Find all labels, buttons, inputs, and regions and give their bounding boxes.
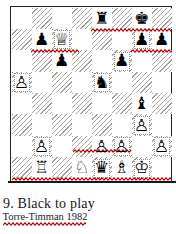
square-a6 xyxy=(12,50,32,71)
square-g7: ♟ xyxy=(132,29,152,50)
white-queen-icon: ♕ xyxy=(54,29,69,50)
black-queen-icon: ♛ xyxy=(94,157,109,178)
black-pawn-icon: ♟ xyxy=(34,29,49,50)
square-a8 xyxy=(12,8,32,29)
white-pawn-icon: ♙ xyxy=(94,136,109,157)
black-pawn-icon: ♟ xyxy=(134,29,149,50)
square-g1: ♔ xyxy=(132,157,152,178)
square-c5 xyxy=(52,72,72,93)
black-bishop-icon: ♝ xyxy=(134,93,149,114)
square-d1: ♘ xyxy=(72,157,92,178)
square-g4: ♝ xyxy=(132,93,152,114)
square-d5 xyxy=(72,72,92,93)
square-a7 xyxy=(12,29,32,50)
square-d2 xyxy=(72,136,92,157)
square-h1 xyxy=(152,157,172,178)
square-h4 xyxy=(152,93,172,114)
square-b5 xyxy=(32,72,52,93)
square-e8: ♜ xyxy=(92,8,112,29)
white-rook-icon: ♖ xyxy=(34,157,49,178)
square-f3 xyxy=(112,114,132,135)
white-pawn-icon: ♙ xyxy=(14,72,29,93)
square-d8 xyxy=(72,8,92,29)
white-bishop-icon: ♗ xyxy=(114,157,129,178)
square-g8: ♚ xyxy=(132,8,152,29)
square-b1: ♖ xyxy=(32,157,52,178)
spellcheck-squiggle xyxy=(3,222,86,227)
square-f8 xyxy=(112,8,132,29)
square-e6 xyxy=(92,50,112,71)
square-f2: ♙ xyxy=(112,136,132,157)
square-a1 xyxy=(12,157,32,178)
square-h8 xyxy=(152,8,172,29)
white-pawn-icon: ♙ xyxy=(34,136,49,157)
square-d3 xyxy=(72,114,92,135)
square-b7: ♟ xyxy=(32,29,52,50)
square-f1: ♗ xyxy=(112,157,132,178)
square-d4 xyxy=(72,93,92,114)
square-b4 xyxy=(32,93,52,114)
black-pawn-icon: ♟ xyxy=(154,29,169,50)
square-h2: ♙ xyxy=(152,136,172,157)
white-pawn-icon: ♙ xyxy=(134,115,149,136)
black-pawn-icon: ♟ xyxy=(114,50,129,71)
square-e2: ♙ xyxy=(92,136,112,157)
square-b2: ♙ xyxy=(32,136,52,157)
square-a4 xyxy=(12,93,32,114)
square-g5 xyxy=(132,72,152,93)
square-b8 xyxy=(32,8,52,29)
black-rook-icon: ♜ xyxy=(94,8,109,29)
square-c4 xyxy=(52,93,72,114)
square-h3 xyxy=(152,114,172,135)
square-e4 xyxy=(92,93,112,114)
square-c2 xyxy=(52,136,72,157)
square-d7 xyxy=(72,29,92,50)
white-pawn-icon: ♙ xyxy=(114,136,129,157)
square-f5 xyxy=(112,72,132,93)
square-c8 xyxy=(52,8,72,29)
square-g2 xyxy=(132,136,152,157)
white-pawn-icon: ♙ xyxy=(154,136,169,157)
square-a5: ♙ xyxy=(12,72,32,93)
black-knight-icon: ♞ xyxy=(94,72,109,93)
square-b3 xyxy=(32,114,52,135)
square-c7: ♕ xyxy=(52,29,72,50)
square-e3 xyxy=(92,114,112,135)
square-c1 xyxy=(52,157,72,178)
caption-subtitle: Torre-Timman 1982 xyxy=(3,211,88,222)
white-king-icon: ♔ xyxy=(134,157,149,178)
square-a3 xyxy=(12,114,32,135)
square-e1: ♛ xyxy=(92,157,112,178)
square-c6: ♟ xyxy=(52,50,72,71)
square-f6: ♟ xyxy=(112,50,132,71)
square-f4 xyxy=(112,93,132,114)
black-king-icon: ♚ xyxy=(134,8,149,29)
square-h5 xyxy=(152,72,172,93)
square-a2 xyxy=(12,136,32,157)
square-c3 xyxy=(52,114,72,135)
square-e5: ♞ xyxy=(92,72,112,93)
white-knight-icon: ♘ xyxy=(74,157,89,178)
square-g3: ♙ xyxy=(132,114,152,135)
square-h7: ♟ xyxy=(152,29,172,50)
black-pawn-icon: ♟ xyxy=(54,50,69,71)
